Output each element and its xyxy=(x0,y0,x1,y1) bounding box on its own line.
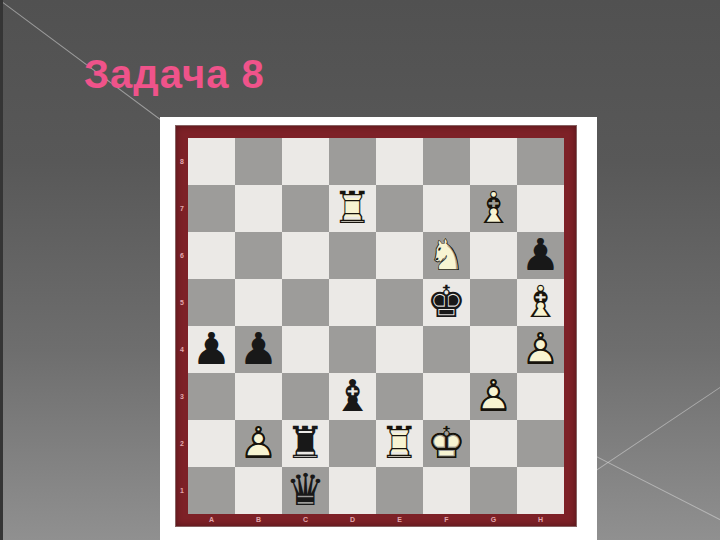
square-e6 xyxy=(376,232,423,279)
square-c1: ♛ xyxy=(282,467,329,514)
square-h6: ♟ xyxy=(517,232,564,279)
square-d4 xyxy=(329,326,376,373)
square-g8 xyxy=(470,138,517,185)
square-e2: ♜♖ xyxy=(376,420,423,467)
square-a1 xyxy=(188,467,235,514)
file-label-f: F xyxy=(423,515,470,524)
square-h1 xyxy=(517,467,564,514)
piece-black-pawn-b4: ♟ xyxy=(235,326,282,373)
square-e7 xyxy=(376,185,423,232)
slide: Задача 8 ♜♖♝♗♞♘♟♚♝♗♟♟♟♙♝♟♙♟♙♜♜♖♚♔♛ 87654… xyxy=(0,0,720,540)
square-g1 xyxy=(470,467,517,514)
square-a2 xyxy=(188,420,235,467)
rank-label-7: 7 xyxy=(176,204,188,213)
piece-white-pawn-b2: ♟♙ xyxy=(235,420,282,467)
file-label-a: A xyxy=(188,515,235,524)
square-g2 xyxy=(470,420,517,467)
square-h2 xyxy=(517,420,564,467)
square-b8 xyxy=(235,138,282,185)
square-h7 xyxy=(517,185,564,232)
square-g6 xyxy=(470,232,517,279)
square-a4: ♟ xyxy=(188,326,235,373)
rank-label-5: 5 xyxy=(176,298,188,307)
square-h4: ♟♙ xyxy=(517,326,564,373)
rank-label-3: 3 xyxy=(176,392,188,401)
piece-white-knight-f6: ♞♘ xyxy=(423,232,470,279)
square-b5 xyxy=(235,279,282,326)
square-c4 xyxy=(282,326,329,373)
rank-label-2: 2 xyxy=(176,439,188,448)
square-f4 xyxy=(423,326,470,373)
file-label-c: C xyxy=(282,515,329,524)
square-a8 xyxy=(188,138,235,185)
square-b3 xyxy=(235,373,282,420)
square-g4 xyxy=(470,326,517,373)
file-label-d: D xyxy=(329,515,376,524)
square-a7 xyxy=(188,185,235,232)
piece-black-pawn-h6: ♟ xyxy=(517,232,564,279)
square-b2: ♟♙ xyxy=(235,420,282,467)
square-h8 xyxy=(517,138,564,185)
square-d5 xyxy=(329,279,376,326)
square-c8 xyxy=(282,138,329,185)
square-g5 xyxy=(470,279,517,326)
chess-board-frame: ♜♖♝♗♞♘♟♚♝♗♟♟♟♙♝♟♙♟♙♜♜♖♚♔♛ 87654321 ABCDE… xyxy=(176,126,576,526)
square-g3: ♟♙ xyxy=(470,373,517,420)
square-d1 xyxy=(329,467,376,514)
chess-board: ♜♖♝♗♞♘♟♚♝♗♟♟♟♙♝♟♙♟♙♜♜♖♚♔♛ xyxy=(188,138,564,514)
file-label-e: E xyxy=(376,515,423,524)
piece-white-pawn-g3: ♟♙ xyxy=(470,373,517,420)
file-label-g: G xyxy=(470,515,517,524)
square-a5 xyxy=(188,279,235,326)
square-d2 xyxy=(329,420,376,467)
square-d7: ♜♖ xyxy=(329,185,376,232)
chess-diagram-panel: ♜♖♝♗♞♘♟♚♝♗♟♟♟♙♝♟♙♟♙♜♜♖♚♔♛ 87654321 ABCDE… xyxy=(160,117,597,540)
square-d8 xyxy=(329,138,376,185)
square-c2: ♜ xyxy=(282,420,329,467)
square-f6: ♞♘ xyxy=(423,232,470,279)
slide-title: Задача 8 xyxy=(84,52,265,97)
square-e1 xyxy=(376,467,423,514)
piece-white-king-f2: ♚♔ xyxy=(423,420,470,467)
square-f2: ♚♔ xyxy=(423,420,470,467)
square-e5 xyxy=(376,279,423,326)
square-c3 xyxy=(282,373,329,420)
rank-label-8: 8 xyxy=(176,157,188,166)
square-f5: ♚ xyxy=(423,279,470,326)
piece-white-pawn-h4: ♟♙ xyxy=(517,326,564,373)
slide-left-edge xyxy=(0,0,3,540)
piece-white-bishop-g7: ♝♗ xyxy=(470,185,517,232)
piece-white-rook-e2: ♜♖ xyxy=(376,420,423,467)
square-b7 xyxy=(235,185,282,232)
square-a3 xyxy=(188,373,235,420)
file-label-b: B xyxy=(235,515,282,524)
piece-white-bishop-h5: ♝♗ xyxy=(517,279,564,326)
piece-black-queen-c1: ♛ xyxy=(282,467,329,514)
square-a6 xyxy=(188,232,235,279)
rank-label-1: 1 xyxy=(176,486,188,495)
square-d6 xyxy=(329,232,376,279)
square-b4: ♟ xyxy=(235,326,282,373)
square-f7 xyxy=(423,185,470,232)
square-f1 xyxy=(423,467,470,514)
square-f8 xyxy=(423,138,470,185)
square-h3 xyxy=(517,373,564,420)
piece-white-rook-d7: ♜♖ xyxy=(329,185,376,232)
square-g7: ♝♗ xyxy=(470,185,517,232)
piece-black-king-f5: ♚ xyxy=(423,279,470,326)
square-d3: ♝ xyxy=(329,373,376,420)
piece-black-rook-c2: ♜ xyxy=(282,420,329,467)
square-b1 xyxy=(235,467,282,514)
rank-label-6: 6 xyxy=(176,251,188,260)
square-e3 xyxy=(376,373,423,420)
square-e4 xyxy=(376,326,423,373)
square-c7 xyxy=(282,185,329,232)
file-label-h: H xyxy=(517,515,564,524)
piece-black-pawn-a4: ♟ xyxy=(188,326,235,373)
square-c5 xyxy=(282,279,329,326)
square-e8 xyxy=(376,138,423,185)
square-h5: ♝♗ xyxy=(517,279,564,326)
piece-black-bishop-d3: ♝ xyxy=(329,373,376,420)
square-b6 xyxy=(235,232,282,279)
square-f3 xyxy=(423,373,470,420)
rank-label-4: 4 xyxy=(176,345,188,354)
square-c6 xyxy=(282,232,329,279)
